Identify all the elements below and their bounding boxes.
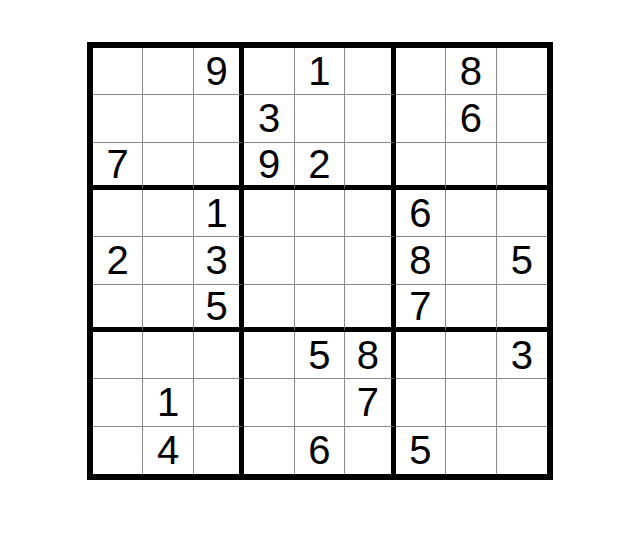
cell-r7c3[interactable] xyxy=(194,332,244,379)
cell-r7c1[interactable] xyxy=(93,332,143,379)
cell-r7c9: 3 xyxy=(497,332,547,379)
cell-r1c2[interactable] xyxy=(143,48,193,95)
cell-r1c8: 8 xyxy=(446,48,496,95)
cell-r1c7[interactable] xyxy=(396,48,446,95)
cell-r4c4[interactable] xyxy=(244,190,294,237)
cell-r2c3[interactable] xyxy=(194,95,244,142)
cell-r2c4: 3 xyxy=(244,95,294,142)
cell-r8c6: 7 xyxy=(345,379,395,426)
cell-r5c7: 8 xyxy=(396,237,446,284)
cell-r4c8[interactable] xyxy=(446,190,496,237)
cell-r2c1[interactable] xyxy=(93,95,143,142)
cell-r3c5: 2 xyxy=(295,143,345,190)
cell-r7c2[interactable] xyxy=(143,332,193,379)
cell-r2c9[interactable] xyxy=(497,95,547,142)
cell-r6c3: 5 xyxy=(194,285,244,332)
cell-r6c6[interactable] xyxy=(345,285,395,332)
cell-r9c8[interactable] xyxy=(446,427,496,474)
cell-r8c3[interactable] xyxy=(194,379,244,426)
cell-r5c6[interactable] xyxy=(345,237,395,284)
sudoku-board: 918367921623855758317465 xyxy=(87,42,553,480)
cell-r8c4[interactable] xyxy=(244,379,294,426)
cell-r2c8: 6 xyxy=(446,95,496,142)
cell-r9c9[interactable] xyxy=(497,427,547,474)
cell-r7c4[interactable] xyxy=(244,332,294,379)
cell-r7c8[interactable] xyxy=(446,332,496,379)
cell-r5c4[interactable] xyxy=(244,237,294,284)
cell-r3c2[interactable] xyxy=(143,143,193,190)
cell-r2c7[interactable] xyxy=(396,95,446,142)
cell-r7c7[interactable] xyxy=(396,332,446,379)
cell-r1c5: 1 xyxy=(295,48,345,95)
cell-r9c6[interactable] xyxy=(345,427,395,474)
cell-r1c4[interactable] xyxy=(244,48,294,95)
cell-r6c7: 7 xyxy=(396,285,446,332)
cell-r6c5[interactable] xyxy=(295,285,345,332)
cell-r1c3: 9 xyxy=(194,48,244,95)
cell-r9c5: 6 xyxy=(295,427,345,474)
cell-r3c6[interactable] xyxy=(345,143,395,190)
cell-r8c5[interactable] xyxy=(295,379,345,426)
cell-r4c6[interactable] xyxy=(345,190,395,237)
cell-r2c6[interactable] xyxy=(345,95,395,142)
cell-r4c9[interactable] xyxy=(497,190,547,237)
cell-r7c6: 8 xyxy=(345,332,395,379)
cell-r9c3[interactable] xyxy=(194,427,244,474)
cell-r8c8[interactable] xyxy=(446,379,496,426)
cell-r4c3: 1 xyxy=(194,190,244,237)
cell-r1c1[interactable] xyxy=(93,48,143,95)
cell-r7c5: 5 xyxy=(295,332,345,379)
cell-r4c1[interactable] xyxy=(93,190,143,237)
cell-r9c7: 5 xyxy=(396,427,446,474)
cell-r3c1: 7 xyxy=(93,143,143,190)
cell-r3c3[interactable] xyxy=(194,143,244,190)
cell-r2c2[interactable] xyxy=(143,95,193,142)
cell-r6c8[interactable] xyxy=(446,285,496,332)
cell-r8c9[interactable] xyxy=(497,379,547,426)
cell-r4c5[interactable] xyxy=(295,190,345,237)
cell-r5c5[interactable] xyxy=(295,237,345,284)
cell-r5c1: 2 xyxy=(93,237,143,284)
cell-r8c7[interactable] xyxy=(396,379,446,426)
cell-r4c7: 6 xyxy=(396,190,446,237)
cell-r8c1[interactable] xyxy=(93,379,143,426)
cell-r5c2[interactable] xyxy=(143,237,193,284)
cell-r2c5[interactable] xyxy=(295,95,345,142)
cell-r3c8[interactable] xyxy=(446,143,496,190)
cell-r3c7[interactable] xyxy=(396,143,446,190)
cell-r5c8[interactable] xyxy=(446,237,496,284)
cell-r5c9: 5 xyxy=(497,237,547,284)
cell-r5c3: 3 xyxy=(194,237,244,284)
cell-r9c4[interactable] xyxy=(244,427,294,474)
cell-r1c6[interactable] xyxy=(345,48,395,95)
cell-r9c1[interactable] xyxy=(93,427,143,474)
cell-r3c4: 9 xyxy=(244,143,294,190)
cell-r1c9[interactable] xyxy=(497,48,547,95)
cell-r3c9[interactable] xyxy=(497,143,547,190)
cell-r6c1[interactable] xyxy=(93,285,143,332)
cell-r6c2[interactable] xyxy=(143,285,193,332)
cell-r6c9[interactable] xyxy=(497,285,547,332)
cell-r4c2[interactable] xyxy=(143,190,193,237)
cell-r6c4[interactable] xyxy=(244,285,294,332)
cell-r9c2: 4 xyxy=(143,427,193,474)
cell-r8c2: 1 xyxy=(143,379,193,426)
